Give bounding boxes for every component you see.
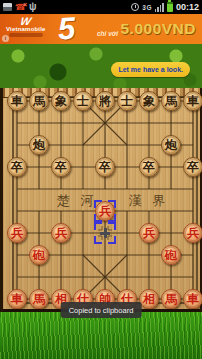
intersection-f5[interactable] [116,178,138,200]
intersection-a5[interactable] [6,178,28,200]
intersection-b6[interactable] [28,156,50,178]
black-cannon-piece[interactable]: 炮 [161,135,181,155]
intersection-a9[interactable]: 車 [6,90,28,112]
intersection-i0[interactable]: 車 [182,288,202,310]
red-soldier-piece[interactable]: 兵 [51,223,71,243]
intersection-c4[interactable] [50,200,72,222]
intersection-f7[interactable] [116,134,138,156]
red-elephant-piece[interactable]: 相 [139,289,159,309]
intersection-b2[interactable]: 砲 [28,244,50,266]
intersection-e5[interactable] [94,178,116,200]
intersection-h8[interactable] [160,112,182,134]
photo-icon [3,3,12,11]
intersection-a7[interactable] [6,134,28,156]
intersection-e6[interactable]: 卒 [94,156,116,178]
red-soldier-piece[interactable]: 兵 [7,223,27,243]
alarm-icon [131,3,139,11]
black-soldier-piece[interactable]: 卒 [51,157,71,177]
logo-tagline-bar [9,33,43,37]
intersection-d5[interactable] [72,178,94,200]
intersection-d1[interactable] [72,266,94,288]
black-soldier-piece[interactable]: 卒 [139,157,159,177]
network-type-label: 3G [142,4,152,11]
intersection-g1[interactable] [138,266,160,288]
intersection-d6[interactable] [72,156,94,178]
speech-bubble: Let me have a look. [111,62,190,77]
intersection-e2[interactable] [94,244,116,266]
intersection-c3[interactable]: 兵 [50,222,72,244]
black-general-piece[interactable]: 將 [95,91,115,111]
intersection-b8[interactable] [28,112,50,134]
intersection-i5[interactable] [182,178,202,200]
vietnamobile-logo-icon: W [5,16,47,26]
usb-icon: ψ [29,2,37,12]
red-chariot-piece[interactable]: 車 [183,289,202,309]
intersection-i9[interactable]: 車 [182,90,202,112]
intersection-b3[interactable] [28,222,50,244]
intersection-b1[interactable] [28,266,50,288]
advertiser-logo: W Vietnamobile [6,16,46,37]
intersection-c2[interactable] [50,244,72,266]
intersection-f2[interactable] [116,244,138,266]
intersection-h4[interactable] [160,200,182,222]
red-soldier-piece[interactable]: 兵 [183,223,202,243]
intersection-b0[interactable]: 馬 [28,288,50,310]
intersection-h3[interactable] [160,222,182,244]
intersection-i6[interactable]: 卒 [182,156,202,178]
intersection-e3[interactable] [94,222,116,244]
intersection-b9[interactable]: 馬 [28,90,50,112]
intersection-a8[interactable] [6,112,28,134]
ad-big-digit: 5 [57,14,76,44]
xiangqi-board[interactable]: 楚河 漢界 車馬象士將士象馬車炮炮卒卒卒卒卒兵兵兵兵兵砲砲車馬相仕帥仕相馬車 [0,88,202,312]
red-chariot-piece[interactable]: 車 [7,289,27,309]
intersection-d8[interactable] [72,112,94,134]
intersection-c6[interactable]: 卒 [50,156,72,178]
intersection-g9[interactable]: 象 [138,90,160,112]
red-cannon-piece[interactable]: 砲 [161,245,181,265]
intersection-b7[interactable]: 炮 [28,134,50,156]
intersection-d4[interactable] [72,200,94,222]
intersection-g5[interactable] [138,178,160,200]
red-cannon-piece[interactable]: 砲 [29,245,49,265]
black-chariot-piece[interactable]: 車 [7,91,27,111]
intersection-g6[interactable]: 卒 [138,156,160,178]
no-signal-phone-icon: ☎ [15,2,26,12]
red-horse-piece[interactable]: 馬 [29,289,49,309]
intersection-e9[interactable]: 將 [94,90,116,112]
intersection-d2[interactable] [72,244,94,266]
black-soldier-piece[interactable]: 卒 [7,157,27,177]
board-grid[interactable]: 車馬象士將士象馬車炮炮卒卒卒卒卒兵兵兵兵兵砲砲車馬相仕帥仕相馬車 [6,90,202,310]
ad-info-badge[interactable]: i [2,35,9,42]
intersection-f6[interactable] [116,156,138,178]
ad-tagline: chỉ với [97,30,118,37]
intersection-c7[interactable] [50,134,72,156]
intersection-i2[interactable] [182,244,202,266]
intersection-a1[interactable] [6,266,28,288]
intersection-c1[interactable] [50,266,72,288]
toast-message: Copied to clipboard [61,302,142,318]
red-soldier-piece[interactable]: 兵 [95,201,115,221]
black-chariot-piece[interactable]: 車 [183,91,202,111]
red-soldier-piece[interactable]: 兵 [139,223,159,243]
black-advisor-piece[interactable]: 士 [117,91,137,111]
black-elephant-piece[interactable]: 象 [139,91,159,111]
intersection-g4[interactable] [138,200,160,222]
intersection-i1[interactable] [182,266,202,288]
status-bar: ☎ ψ 3G 00:12 [0,0,202,14]
black-horse-piece[interactable]: 馬 [29,91,49,111]
intersection-i3[interactable]: 兵 [182,222,202,244]
intersection-a4[interactable] [6,200,28,222]
intersection-h6[interactable] [160,156,182,178]
intersection-e7[interactable] [94,134,116,156]
intersection-c8[interactable] [50,112,72,134]
intersection-i8[interactable] [182,112,202,134]
intersection-g8[interactable] [138,112,160,134]
signal-bars-icon [155,3,164,12]
black-advisor-piece[interactable]: 士 [73,91,93,111]
black-soldier-piece[interactable]: 卒 [183,157,202,177]
intersection-a2[interactable] [6,244,28,266]
intersection-a3[interactable]: 兵 [6,222,28,244]
intersection-f3[interactable] [116,222,138,244]
intersection-h7[interactable]: 炮 [160,134,182,156]
intersection-g3[interactable]: 兵 [138,222,160,244]
intersection-b5[interactable] [28,178,50,200]
intersection-a0[interactable]: 車 [6,288,28,310]
intersection-f8[interactable] [116,112,138,134]
intersection-f1[interactable] [116,266,138,288]
intersection-i7[interactable] [182,134,202,156]
black-cannon-piece[interactable]: 炮 [29,135,49,155]
intersection-h0[interactable]: 馬 [160,288,182,310]
intersection-f4[interactable] [116,200,138,222]
intersection-d9[interactable]: 士 [72,90,94,112]
intersection-d3[interactable] [72,222,94,244]
intersection-d7[interactable] [72,134,94,156]
intersection-h2[interactable]: 砲 [160,244,182,266]
clock-time: 00:12 [176,2,199,12]
intersection-e8[interactable] [94,112,116,134]
black-soldier-piece[interactable]: 卒 [95,157,115,177]
red-horse-piece[interactable]: 馬 [161,289,181,309]
black-elephant-piece[interactable]: 象 [51,91,71,111]
intersection-a6[interactable]: 卒 [6,156,28,178]
ad-price: 5.000VND [120,20,196,38]
intersection-h1[interactable] [160,266,182,288]
black-horse-piece[interactable]: 馬 [161,91,181,111]
intersection-g2[interactable] [138,244,160,266]
intersection-e1[interactable] [94,266,116,288]
ad-banner[interactable]: W Vietnamobile i 5 chỉ với 5.000VND [0,14,202,44]
intersection-h9[interactable]: 馬 [160,90,182,112]
intersection-h5[interactable] [160,178,182,200]
intersection-c5[interactable] [50,178,72,200]
intersection-i4[interactable] [182,200,202,222]
battery-icon [167,2,173,12]
intersection-c9[interactable]: 象 [50,90,72,112]
intersection-b4[interactable] [28,200,50,222]
intersection-f9[interactable]: 士 [116,90,138,112]
intersection-g7[interactable] [138,134,160,156]
intersection-e4[interactable]: 兵 [94,200,116,222]
